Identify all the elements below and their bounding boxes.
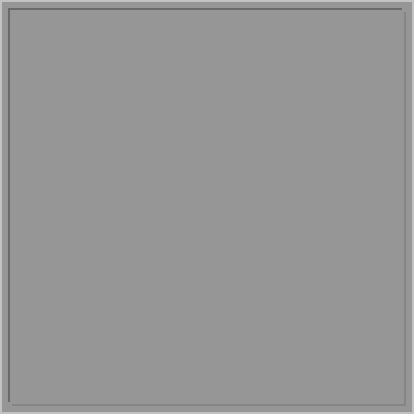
- chess-diagram: [0, 0, 414, 414]
- board-frame: [0, 0, 414, 414]
- chess-board: [10, 10, 404, 404]
